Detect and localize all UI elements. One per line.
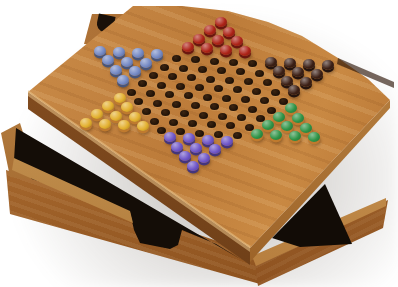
empty-hole	[165, 91, 174, 98]
peg-dark-brown[interactable]	[300, 77, 312, 87]
empty-hole	[191, 102, 200, 109]
empty-hole	[217, 67, 226, 74]
empty-hole	[233, 86, 242, 93]
empty-hole	[236, 68, 245, 75]
empty-hole	[214, 85, 223, 92]
empty-hole	[271, 89, 280, 96]
peg-green[interactable]	[273, 112, 285, 122]
empty-hole	[180, 110, 189, 117]
peg-dark-brown[interactable]	[284, 58, 296, 68]
empty-hole	[222, 95, 231, 102]
peg-blue[interactable]	[102, 55, 114, 65]
empty-hole	[210, 58, 219, 65]
empty-hole	[172, 55, 181, 62]
empty-hole	[233, 132, 242, 139]
empty-hole	[160, 64, 169, 71]
empty-hole	[149, 72, 158, 79]
empty-hole	[207, 121, 216, 128]
peg-blue[interactable]	[132, 48, 144, 58]
peg-yellow[interactable]	[80, 118, 92, 128]
peg-dark-brown[interactable]	[303, 59, 315, 69]
empty-hole	[248, 60, 257, 67]
empty-hole	[191, 56, 200, 63]
peg-purple[interactable]	[183, 133, 195, 143]
peg-green[interactable]	[251, 129, 263, 139]
peg-green[interactable]	[270, 130, 282, 140]
peg-blue[interactable]	[113, 47, 125, 57]
empty-hole	[263, 79, 272, 86]
peg-dark-brown[interactable]	[322, 60, 334, 70]
peg-purple[interactable]	[202, 135, 214, 145]
peg-yellow[interactable]	[129, 112, 141, 122]
peg-blue[interactable]	[117, 75, 129, 85]
empty-hole	[168, 73, 177, 80]
peg-red[interactable]	[204, 25, 216, 35]
empty-hole	[157, 82, 166, 89]
peg-blue[interactable]	[94, 46, 106, 56]
peg-purple[interactable]	[190, 143, 202, 153]
peg-yellow[interactable]	[137, 121, 149, 131]
peg-purple[interactable]	[209, 144, 221, 154]
star-grid	[0, 0, 398, 287]
empty-hole	[229, 104, 238, 111]
empty-hole	[255, 70, 264, 77]
empty-hole	[198, 66, 207, 73]
empty-hole	[127, 89, 136, 96]
peg-green[interactable]	[292, 113, 304, 123]
peg-purple[interactable]	[179, 151, 191, 161]
empty-hole	[218, 113, 227, 120]
peg-yellow[interactable]	[91, 109, 103, 119]
empty-hole	[138, 80, 147, 87]
empty-hole	[203, 94, 212, 101]
empty-hole	[153, 100, 162, 107]
empty-hole	[142, 108, 151, 115]
empty-hole	[176, 83, 185, 90]
peg-purple[interactable]	[221, 136, 233, 146]
empty-hole	[237, 114, 246, 121]
peg-yellow[interactable]	[110, 111, 122, 121]
peg-red[interactable]	[215, 17, 227, 27]
empty-hole	[260, 97, 269, 104]
peg-dark-brown[interactable]	[311, 69, 323, 79]
empty-hole	[161, 109, 170, 116]
peg-dark-brown[interactable]	[273, 66, 285, 76]
peg-dark-brown[interactable]	[292, 67, 304, 77]
empty-hole	[179, 65, 188, 72]
empty-hole	[169, 119, 178, 126]
peg-green[interactable]	[262, 120, 274, 130]
peg-yellow[interactable]	[121, 102, 133, 112]
empty-hole	[244, 78, 253, 85]
peg-red[interactable]	[182, 42, 194, 52]
empty-hole	[199, 112, 208, 119]
empty-hole	[184, 92, 193, 99]
peg-purple[interactable]	[187, 161, 199, 171]
peg-purple[interactable]	[171, 142, 183, 152]
empty-hole	[146, 90, 155, 97]
chinese-checkers-photo	[0, 0, 398, 287]
empty-hole	[229, 59, 238, 66]
empty-hole	[150, 118, 159, 125]
empty-hole	[206, 76, 215, 83]
peg-red[interactable]	[231, 36, 243, 46]
empty-hole	[172, 101, 181, 108]
peg-yellow[interactable]	[102, 101, 114, 111]
peg-blue[interactable]	[121, 57, 133, 67]
peg-yellow[interactable]	[99, 119, 111, 129]
peg-blue[interactable]	[140, 58, 152, 68]
empty-hole	[187, 74, 196, 81]
empty-hole	[134, 98, 143, 105]
peg-red[interactable]	[201, 43, 213, 53]
peg-red[interactable]	[193, 34, 205, 44]
peg-dark-brown[interactable]	[281, 76, 293, 86]
peg-green[interactable]	[281, 121, 293, 131]
peg-red[interactable]	[212, 35, 224, 45]
peg-green[interactable]	[289, 131, 301, 141]
peg-dark-brown[interactable]	[265, 57, 277, 67]
peg-green[interactable]	[285, 103, 297, 113]
peg-purple[interactable]	[164, 132, 176, 142]
peg-red[interactable]	[220, 45, 232, 55]
peg-dark-brown[interactable]	[288, 85, 300, 95]
peg-green[interactable]	[300, 123, 312, 133]
peg-red[interactable]	[223, 27, 235, 37]
empty-hole	[226, 122, 235, 129]
peg-blue[interactable]	[151, 49, 163, 59]
peg-red[interactable]	[239, 46, 251, 56]
peg-green[interactable]	[308, 132, 320, 142]
empty-hole	[195, 84, 204, 91]
empty-hole	[252, 88, 261, 95]
empty-hole	[241, 96, 250, 103]
empty-hole	[248, 106, 257, 113]
empty-hole	[210, 103, 219, 110]
peg-blue[interactable]	[110, 65, 122, 75]
peg-blue[interactable]	[129, 66, 141, 76]
peg-yellow[interactable]	[118, 120, 130, 130]
peg-purple[interactable]	[198, 153, 210, 163]
empty-hole	[225, 77, 234, 84]
empty-hole	[188, 120, 197, 127]
peg-yellow[interactable]	[114, 93, 126, 103]
